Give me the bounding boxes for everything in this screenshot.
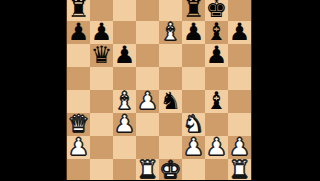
square-b6: ♛ — [90, 44, 113, 67]
black-bishop-g4: ♝ — [206, 90, 228, 113]
square-d7 — [136, 21, 159, 44]
white-rook-h1: ♜ — [229, 159, 251, 181]
square-a7: ♟ — [67, 21, 90, 44]
square-b2 — [90, 136, 113, 159]
white-pawn-a2: ♟ — [68, 136, 90, 159]
chess-board: ♜♜♚♟♟♝♟♝♟♛♟♟♝♟♞♝♛♟♞♟♟♟♟♜♚♜ — [67, 0, 251, 180]
square-b3 — [90, 113, 113, 136]
square-b5 — [90, 67, 113, 90]
square-f2: ♟ — [182, 136, 205, 159]
square-h5 — [228, 67, 251, 90]
white-bishop-e7: ♝ — [160, 21, 182, 44]
black-pawn-c6: ♟ — [114, 44, 136, 67]
black-pawn-h7: ♟ — [229, 21, 251, 44]
square-a2: ♟ — [67, 136, 90, 159]
black-pawn-g6: ♟ — [206, 44, 228, 67]
square-f7: ♟ — [182, 21, 205, 44]
square-c2 — [113, 136, 136, 159]
black-pawn-a7: ♟ — [68, 21, 90, 44]
white-king-e1: ♚ — [160, 159, 182, 181]
white-pawn-d4: ♟ — [137, 90, 159, 113]
square-f6 — [182, 44, 205, 67]
square-a5 — [67, 67, 90, 90]
square-e3 — [159, 113, 182, 136]
square-h7: ♟ — [228, 21, 251, 44]
square-d1: ♜ — [136, 159, 159, 180]
square-b4 — [90, 90, 113, 113]
square-g2: ♟ — [205, 136, 228, 159]
square-d6 — [136, 44, 159, 67]
black-knight-e4: ♞ — [160, 90, 182, 113]
square-d4: ♟ — [136, 90, 159, 113]
white-rook-d1: ♜ — [137, 159, 159, 181]
white-pawn-g2: ♟ — [206, 136, 228, 159]
square-g6: ♟ — [205, 44, 228, 67]
square-b1 — [90, 159, 113, 180]
square-h6 — [228, 44, 251, 67]
square-d3 — [136, 113, 159, 136]
square-a1 — [67, 159, 90, 180]
square-a6 — [67, 44, 90, 67]
square-e4: ♞ — [159, 90, 182, 113]
square-g4: ♝ — [205, 90, 228, 113]
square-c3: ♟ — [113, 113, 136, 136]
square-f5 — [182, 67, 205, 90]
square-h4 — [228, 90, 251, 113]
square-h1: ♜ — [228, 159, 251, 180]
square-f1 — [182, 159, 205, 180]
white-pawn-c3: ♟ — [114, 113, 136, 136]
square-d8 — [136, 0, 159, 21]
video-frame: ♜♜♚♟♟♝♟♝♟♛♟♟♝♟♞♝♛♟♞♟♟♟♟♜♚♜ — [0, 0, 320, 180]
black-queen-b6: ♛ — [91, 44, 113, 67]
white-pawn-f2: ♟ — [183, 136, 205, 159]
square-c6: ♟ — [113, 44, 136, 67]
square-g1 — [205, 159, 228, 180]
black-pawn-f7: ♟ — [183, 21, 205, 44]
square-c8 — [113, 0, 136, 21]
square-e6 — [159, 44, 182, 67]
square-e7: ♝ — [159, 21, 182, 44]
square-e1: ♚ — [159, 159, 182, 180]
square-c1 — [113, 159, 136, 180]
